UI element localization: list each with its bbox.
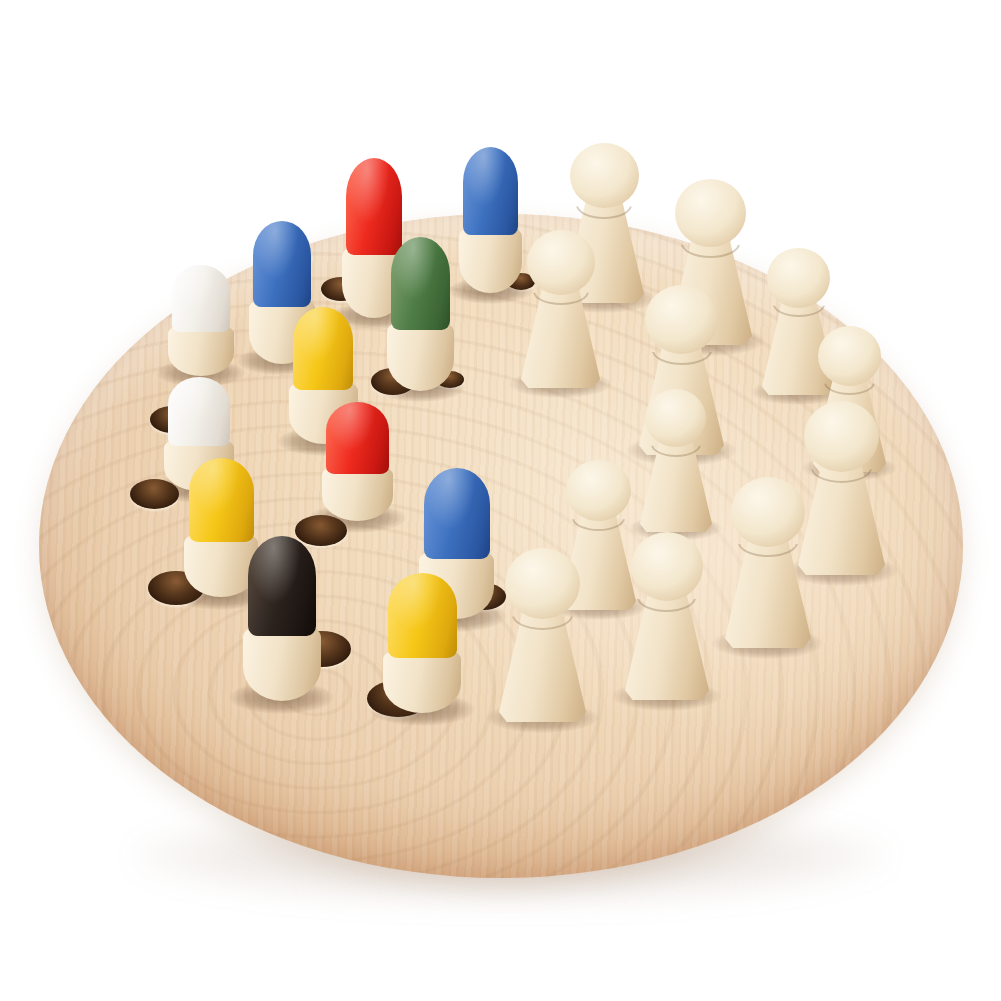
stick-wood-sleeve — [459, 226, 522, 293]
wooden-pawn-9[interactable] — [640, 389, 712, 532]
pawn-head — [505, 548, 580, 619]
product-photo-memory-chess — [0, 0, 1001, 1001]
pawn-head — [818, 326, 881, 386]
stick-wood-sleeve — [168, 325, 234, 376]
stick-cap-white — [172, 265, 230, 332]
pawn-head — [675, 179, 746, 247]
pawn-head — [767, 248, 830, 308]
memory-stick-green[interactable] — [387, 231, 454, 391]
wooden-pawn-8[interactable] — [725, 477, 811, 648]
pawn-head — [631, 532, 703, 601]
stick-cap-white — [168, 377, 230, 446]
pawn-head — [566, 460, 631, 521]
memory-stick-red[interactable] — [322, 397, 393, 521]
stick-cap-blue — [253, 221, 311, 307]
stick-wood-sleeve — [243, 625, 321, 701]
stick-cap-black — [248, 536, 316, 636]
stick-cap-green — [391, 237, 450, 330]
memory-stick-yellow[interactable] — [383, 567, 461, 713]
memory-stick-blue[interactable] — [459, 141, 522, 293]
stick-cap-yellow — [293, 307, 353, 390]
memory-stick-black[interactable] — [243, 529, 321, 701]
memory-stick-white[interactable] — [168, 261, 234, 376]
stick-wood-sleeve — [322, 466, 393, 521]
wooden-pawn-11[interactable] — [499, 548, 586, 722]
wooden-pawn-12[interactable] — [625, 532, 709, 700]
stick-cap-blue — [424, 468, 490, 559]
pawn-head — [731, 477, 805, 547]
pawn-head — [527, 230, 595, 295]
pawn-head — [570, 143, 639, 208]
stick-wood-sleeve — [383, 649, 461, 713]
stick-cap-yellow — [388, 573, 457, 658]
pawn-head — [804, 401, 879, 472]
pawn-head — [645, 285, 718, 354]
wooden-pawn-3[interactable] — [521, 230, 600, 388]
pawn-head — [645, 389, 706, 447]
wooden-pawn-7[interactable] — [798, 401, 885, 575]
stick-wood-sleeve — [387, 321, 454, 391]
stick-cap-blue — [463, 147, 518, 235]
stick-cap-red — [326, 402, 389, 474]
